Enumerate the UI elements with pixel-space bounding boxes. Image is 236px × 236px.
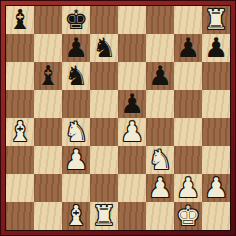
- square-g4[interactable]: [174, 118, 202, 146]
- square-f2[interactable]: ♟: [146, 174, 174, 202]
- board-frame: ♝♚♜♟♞♟♟♝♞♟♟♝♞♟♟♞♟♟♟♝♜♚: [0, 0, 236, 236]
- square-b4[interactable]: [34, 118, 62, 146]
- square-h3[interactable]: [202, 146, 230, 174]
- square-f5[interactable]: [146, 90, 174, 118]
- square-g6[interactable]: [174, 62, 202, 90]
- square-a2[interactable]: [6, 174, 34, 202]
- square-b5[interactable]: [34, 90, 62, 118]
- white-pawn-g2[interactable]: ♟: [176, 174, 200, 202]
- square-b2[interactable]: [34, 174, 62, 202]
- black-pawn-g7[interactable]: ♟: [176, 34, 200, 62]
- square-b8[interactable]: [34, 6, 62, 34]
- square-h4[interactable]: [202, 118, 230, 146]
- square-g2[interactable]: ♟: [174, 174, 202, 202]
- square-d5[interactable]: [90, 90, 118, 118]
- square-h2[interactable]: ♟: [202, 174, 230, 202]
- white-king-g1[interactable]: ♚: [176, 202, 200, 230]
- square-h6[interactable]: [202, 62, 230, 90]
- black-knight-d7[interactable]: ♞: [92, 34, 116, 62]
- square-a1[interactable]: [6, 202, 34, 230]
- square-c7[interactable]: ♟: [62, 34, 90, 62]
- square-c4[interactable]: ♞: [62, 118, 90, 146]
- square-c1[interactable]: ♝: [62, 202, 90, 230]
- square-d7[interactable]: ♞: [90, 34, 118, 62]
- square-g8[interactable]: [174, 6, 202, 34]
- white-rook-d1[interactable]: ♜: [92, 202, 116, 230]
- square-b7[interactable]: [34, 34, 62, 62]
- square-e8[interactable]: [118, 6, 146, 34]
- square-e1[interactable]: [118, 202, 146, 230]
- white-knight-c4[interactable]: ♞: [64, 118, 88, 146]
- square-c5[interactable]: [62, 90, 90, 118]
- square-d6[interactable]: [90, 62, 118, 90]
- black-pawn-h7[interactable]: ♟: [204, 34, 228, 62]
- white-pawn-f2[interactable]: ♟: [148, 174, 172, 202]
- square-a6[interactable]: [6, 62, 34, 90]
- square-c2[interactable]: [62, 174, 90, 202]
- square-f7[interactable]: [146, 34, 174, 62]
- square-a3[interactable]: [6, 146, 34, 174]
- square-b1[interactable]: [34, 202, 62, 230]
- square-c8[interactable]: ♚: [62, 6, 90, 34]
- square-a5[interactable]: [6, 90, 34, 118]
- square-b3[interactable]: [34, 146, 62, 174]
- black-bishop-b6[interactable]: ♝: [36, 62, 60, 90]
- square-d4[interactable]: [90, 118, 118, 146]
- black-pawn-c7[interactable]: ♟: [64, 34, 88, 62]
- square-h8[interactable]: ♜: [202, 6, 230, 34]
- square-b6[interactable]: ♝: [34, 62, 62, 90]
- square-c6[interactable]: ♞: [62, 62, 90, 90]
- white-pawn-c3[interactable]: ♟: [64, 146, 88, 174]
- white-bishop-a4[interactable]: ♝: [8, 118, 32, 146]
- square-f8[interactable]: [146, 6, 174, 34]
- square-g1[interactable]: ♚: [174, 202, 202, 230]
- white-rook-h8[interactable]: ♜: [204, 6, 228, 34]
- square-d2[interactable]: [90, 174, 118, 202]
- square-g7[interactable]: ♟: [174, 34, 202, 62]
- square-a7[interactable]: [6, 34, 34, 62]
- square-g5[interactable]: [174, 90, 202, 118]
- square-f4[interactable]: [146, 118, 174, 146]
- square-e7[interactable]: [118, 34, 146, 62]
- square-d8[interactable]: [90, 6, 118, 34]
- square-e4[interactable]: ♟: [118, 118, 146, 146]
- white-pawn-e4[interactable]: ♟: [120, 118, 144, 146]
- black-bishop-a8[interactable]: ♝: [8, 6, 32, 34]
- square-a4[interactable]: ♝: [6, 118, 34, 146]
- black-pawn-f6[interactable]: ♟: [148, 62, 172, 90]
- white-bishop-c1[interactable]: ♝: [64, 202, 88, 230]
- square-d3[interactable]: [90, 146, 118, 174]
- square-e6[interactable]: [118, 62, 146, 90]
- square-h1[interactable]: [202, 202, 230, 230]
- white-pawn-h2[interactable]: ♟: [204, 174, 228, 202]
- square-g3[interactable]: [174, 146, 202, 174]
- white-knight-f3[interactable]: ♞: [148, 146, 172, 174]
- square-d1[interactable]: ♜: [90, 202, 118, 230]
- black-pawn-e5[interactable]: ♟: [120, 90, 144, 118]
- square-e2[interactable]: [118, 174, 146, 202]
- black-knight-c6[interactable]: ♞: [64, 62, 88, 90]
- chess-board: ♝♚♜♟♞♟♟♝♞♟♟♝♞♟♟♞♟♟♟♝♜♚: [6, 6, 230, 230]
- square-f6[interactable]: ♟: [146, 62, 174, 90]
- square-f3[interactable]: ♞: [146, 146, 174, 174]
- square-e3[interactable]: [118, 146, 146, 174]
- square-h5[interactable]: [202, 90, 230, 118]
- square-a8[interactable]: ♝: [6, 6, 34, 34]
- square-c3[interactable]: ♟: [62, 146, 90, 174]
- black-king-c8[interactable]: ♚: [64, 6, 88, 34]
- square-h7[interactable]: ♟: [202, 34, 230, 62]
- square-e5[interactable]: ♟: [118, 90, 146, 118]
- square-f1[interactable]: [146, 202, 174, 230]
